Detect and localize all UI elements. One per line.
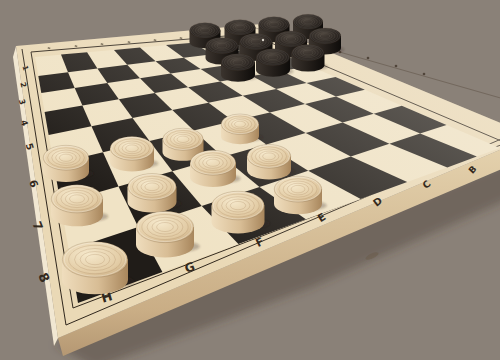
checker-piece-dark[interactable] — [221, 54, 258, 82]
piece-top — [163, 128, 204, 150]
hinge-dot — [423, 73, 426, 76]
piece-top — [292, 44, 325, 61]
piece-top — [62, 242, 127, 278]
piece-top — [240, 33, 273, 50]
piece-top — [190, 23, 221, 39]
piece-top — [221, 54, 255, 71]
board-speck — [262, 39, 264, 41]
piece-top — [225, 20, 256, 36]
checkers-board: 12345678HGFEDCB — [0, 0, 500, 360]
piece-top — [256, 49, 290, 66]
piece-top — [259, 17, 290, 33]
piece-top — [43, 145, 89, 170]
piece-top — [206, 37, 239, 54]
checker-piece-dark[interactable] — [292, 44, 328, 71]
piece-top — [274, 176, 322, 202]
hinge-dot — [395, 65, 398, 68]
piece-top — [136, 211, 193, 242]
piece-top — [275, 31, 307, 47]
piece-top — [309, 28, 341, 44]
piece-top — [110, 136, 154, 160]
piece-top — [212, 191, 264, 220]
photo-scene: 12345678HGFEDCB Checkers (draughts) — [0, 0, 500, 360]
checker-piece-dark[interactable] — [256, 49, 293, 77]
piece-top — [51, 185, 102, 213]
piece-top — [247, 144, 291, 168]
piece-top — [128, 174, 177, 200]
piece-top — [190, 150, 236, 175]
piece-top — [293, 14, 323, 29]
piece-top — [221, 114, 259, 135]
hinge-dot — [367, 57, 370, 60]
